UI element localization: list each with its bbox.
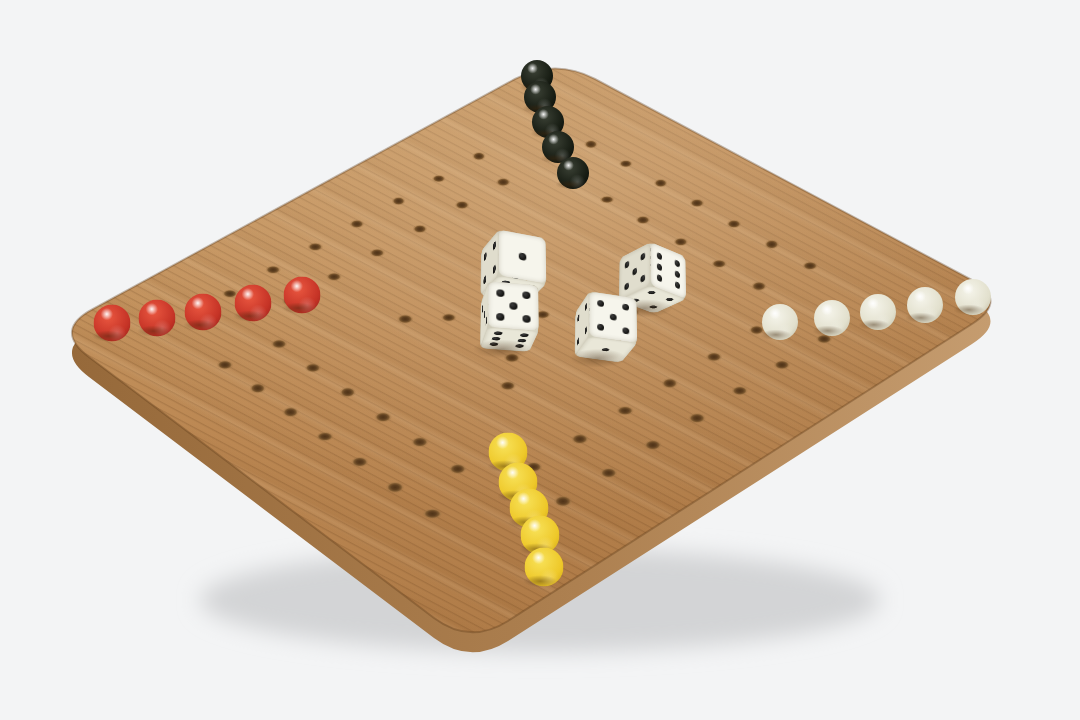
board-hole[interactable] xyxy=(369,248,385,257)
board-hole[interactable] xyxy=(644,440,662,451)
board-hole[interactable] xyxy=(571,433,589,444)
board-hole[interactable] xyxy=(688,413,706,424)
board-hole[interactable] xyxy=(599,467,618,478)
board-hole[interactable] xyxy=(271,339,288,349)
die-pip xyxy=(519,253,526,261)
board-hole[interactable] xyxy=(441,313,457,323)
die-pip xyxy=(656,262,661,271)
board-hole[interactable] xyxy=(374,412,392,423)
die-pip xyxy=(640,251,645,260)
board-hole[interactable] xyxy=(496,178,511,187)
board-hole[interactable] xyxy=(432,174,447,183)
die-pip xyxy=(597,323,604,331)
board-hole[interactable] xyxy=(282,407,300,418)
board-hole[interactable] xyxy=(636,216,651,225)
die-pip xyxy=(640,274,645,283)
die-pip xyxy=(674,281,679,290)
die-pip xyxy=(656,273,661,282)
cast-shadow xyxy=(132,324,175,339)
die-pip xyxy=(621,303,628,311)
die-pip xyxy=(584,325,586,335)
die-face-1 xyxy=(499,230,547,284)
board-hole[interactable] xyxy=(397,314,413,324)
board-hole[interactable] xyxy=(689,199,704,208)
board-hole[interactable] xyxy=(472,152,486,161)
die-pip xyxy=(674,259,679,267)
die-cube xyxy=(575,313,637,340)
board-hole[interactable] xyxy=(423,508,442,520)
board-hole[interactable] xyxy=(599,195,614,204)
die-pip xyxy=(510,302,518,309)
die-pip xyxy=(577,336,579,346)
board-hole[interactable] xyxy=(411,437,429,448)
die-pip xyxy=(624,282,629,291)
die-pip xyxy=(622,326,629,334)
cast-shadow xyxy=(277,301,320,316)
board-hole[interactable] xyxy=(751,281,767,291)
die-pip xyxy=(483,275,486,285)
board-hole[interactable] xyxy=(616,405,634,416)
die-cube xyxy=(481,252,546,281)
die-pip xyxy=(624,260,629,269)
die-pip xyxy=(632,267,637,276)
die-pip xyxy=(646,290,656,294)
board-hole[interactable] xyxy=(391,196,406,205)
die-pip xyxy=(656,251,661,260)
die-pip xyxy=(674,270,679,279)
board-hole[interactable] xyxy=(653,179,668,188)
die-pip xyxy=(523,292,531,299)
board-hole[interactable] xyxy=(455,201,470,210)
cast-shadow xyxy=(228,309,271,324)
board-hole[interactable] xyxy=(448,463,467,474)
cast-shadow xyxy=(463,337,541,362)
die-cube xyxy=(619,263,685,292)
cast-shadow xyxy=(178,318,221,333)
cast-shadow xyxy=(518,573,563,589)
die-face-5 xyxy=(488,281,539,331)
die-2[interactable] xyxy=(484,292,534,342)
die-pip xyxy=(493,264,496,274)
die-pip xyxy=(523,315,531,323)
die-face-5 xyxy=(589,291,637,343)
die-cube xyxy=(481,304,539,329)
board-hole[interactable] xyxy=(619,159,633,168)
cast-shadow xyxy=(87,329,130,344)
aggravation-board-scene xyxy=(0,0,1080,720)
board-hole[interactable] xyxy=(326,272,342,282)
die-pip xyxy=(497,289,505,296)
board-hole[interactable] xyxy=(316,431,334,442)
die-3[interactable] xyxy=(629,255,676,302)
die-pip xyxy=(520,333,529,337)
die-pip xyxy=(496,313,504,321)
cast-shadow xyxy=(560,346,636,371)
die-pip xyxy=(486,316,487,326)
die-4[interactable] xyxy=(581,303,630,352)
cast-shadow xyxy=(551,178,588,191)
die-pip xyxy=(609,313,616,321)
die-pip xyxy=(597,299,604,307)
die-pip xyxy=(494,331,503,335)
